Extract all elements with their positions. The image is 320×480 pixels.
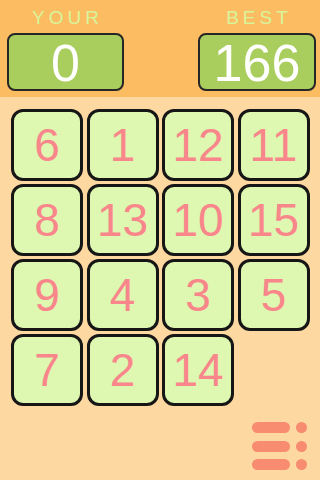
tile-3[interactable]: 3 [162, 259, 234, 331]
menu-bar-icon [252, 422, 290, 433]
menu-bar-icon [252, 441, 290, 452]
tile-10[interactable]: 10 [162, 184, 234, 256]
your-score-box: 0 [7, 33, 124, 91]
menu-bar-icon [252, 459, 290, 470]
tile-7[interactable]: 7 [11, 334, 83, 406]
tile-6[interactable]: 6 [11, 109, 83, 181]
best-score-label: BEST [198, 7, 316, 29]
menu-dot-icon [296, 441, 307, 452]
tile-14[interactable]: 14 [162, 334, 234, 406]
menu-dot-icon [296, 422, 307, 433]
list-menu-icon [252, 422, 307, 433]
best-score-box: 166 [198, 33, 316, 91]
best-score-value: 166 [214, 35, 301, 89]
tile-2[interactable]: 2 [87, 334, 159, 406]
tile-1[interactable]: 1 [87, 109, 159, 181]
your-score-label: YOUR [7, 7, 124, 29]
tile-4[interactable]: 4 [87, 259, 159, 331]
tile-9[interactable]: 9 [11, 259, 83, 331]
your-score-value: 0 [51, 35, 80, 89]
best-score-panel: BEST 166 [198, 0, 316, 97]
your-score-panel: YOUR 0 [7, 0, 124, 97]
score-header: YOUR 0 BEST 166 [0, 0, 320, 97]
tile-13[interactable]: 13 [87, 184, 159, 256]
list-menu-icon [252, 459, 307, 470]
tile-5[interactable]: 5 [238, 259, 310, 331]
tile-8[interactable]: 8 [11, 184, 83, 256]
board: 611211813101594357214 [11, 109, 310, 406]
tile-15[interactable]: 15 [238, 184, 310, 256]
menu-button[interactable] [252, 422, 307, 470]
list-menu-icon [252, 441, 307, 452]
game-screen: YOUR 0 BEST 166 611211813101594357214 [0, 0, 320, 480]
tile-11[interactable]: 11 [238, 109, 310, 181]
menu-dot-icon [296, 459, 307, 470]
empty-cell [238, 334, 310, 406]
tile-12[interactable]: 12 [162, 109, 234, 181]
